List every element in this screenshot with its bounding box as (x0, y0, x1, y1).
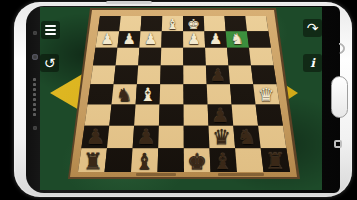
speaker-grille-dot (33, 88, 36, 91)
speaker-grille-dot (33, 113, 36, 116)
black-pawn[interactable]: ♟ (211, 106, 228, 126)
black-rook[interactable]: ♜ (83, 150, 103, 172)
light-sensor (33, 126, 37, 130)
speaker-grille-dot (33, 103, 36, 106)
white-bishop[interactable]: ♝ (140, 86, 156, 104)
black-pawn[interactable]: ♟ (210, 67, 225, 84)
white-pawn[interactable]: ♟ (144, 32, 157, 47)
speaker-grille-dot (33, 83, 36, 86)
speaker-grille-dot (33, 108, 36, 111)
microphone (334, 140, 342, 148)
white-knight[interactable]: ♞ (231, 32, 244, 47)
white-king[interactable]: ♚ (187, 17, 200, 31)
black-bishop[interactable]: ♝ (213, 150, 233, 172)
proximity-sensor (33, 31, 37, 35)
hamburger-icon (45, 25, 56, 27)
info-icon: i (310, 56, 315, 70)
undo-icon: ↺ (44, 55, 56, 71)
info-button[interactable]: i (303, 54, 322, 72)
redo-icon: ↷ (307, 20, 319, 36)
redo-button[interactable]: ↷ (303, 19, 322, 37)
white-queen[interactable]: ♛ (258, 86, 274, 104)
home-button[interactable] (331, 76, 348, 118)
game-screen: ♝♚♟♟♟♟♟♞♟♞♝♛♟♟♟♛♞♜♝♚♝♜ ↺ ↷ i (40, 7, 322, 190)
white-pawn[interactable]: ♟ (209, 32, 222, 47)
black-knight[interactable]: ♞ (237, 127, 256, 148)
black-pawn[interactable]: ♟ (86, 127, 105, 148)
volume-button[interactable] (106, 1, 152, 4)
speaker-grille-dot (33, 78, 36, 81)
speaker-grille-dot (33, 93, 36, 96)
phone-frame: ♝♚♟♟♟♟♟♞♟♞♝♛♟♟♟♛♞♜♝♚♝♜ ↺ ↷ i (0, 0, 357, 200)
white-pawn[interactable]: ♟ (122, 32, 135, 47)
undo-button[interactable]: ↺ (40, 54, 59, 72)
front-camera (32, 54, 38, 60)
menu-button[interactable] (41, 21, 60, 39)
black-queen[interactable]: ♛ (212, 127, 231, 148)
black-knight[interactable]: ♞ (116, 86, 132, 104)
black-rook[interactable]: ♜ (265, 150, 285, 172)
speaker-grille-dot (33, 98, 36, 101)
white-pawn[interactable]: ♟ (101, 32, 114, 47)
black-bishop[interactable]: ♝ (135, 150, 155, 172)
black-pawn[interactable]: ♟ (137, 127, 156, 148)
black-king[interactable]: ♚ (187, 150, 207, 172)
chess-board[interactable]: ♝♚♟♟♟♟♟♞♟♞♝♛♟♟♟♛♞♜♝♚♝♜ (40, 7, 322, 190)
white-pawn[interactable]: ♟ (187, 32, 200, 47)
white-bishop[interactable]: ♝ (166, 17, 179, 31)
